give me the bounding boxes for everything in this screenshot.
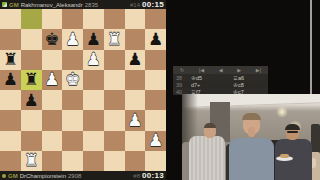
square-f5[interactable] xyxy=(104,70,125,90)
square-g2[interactable] xyxy=(125,131,146,151)
top-player-rank: #14 xyxy=(130,2,140,8)
piece-bP: ♟ xyxy=(148,31,163,48)
square-d2[interactable] xyxy=(62,131,83,151)
square-e2[interactable] xyxy=(83,131,104,151)
square-f7[interactable]: ♜ xyxy=(104,29,125,49)
square-g7[interactable] xyxy=(125,29,146,49)
square-c7[interactable]: ♚ xyxy=(42,29,63,49)
move-row: 39 d7+ ♔c8 xyxy=(173,81,268,88)
person-left-hair xyxy=(204,123,216,128)
go-to-end-icon[interactable]: ▶| xyxy=(256,66,261,74)
move-number: 38 xyxy=(176,75,191,81)
square-e4[interactable] xyxy=(83,90,104,110)
square-b4[interactable]: ♟ xyxy=(21,90,42,110)
square-f1[interactable] xyxy=(104,151,125,171)
ceiling-light-icon xyxy=(276,106,288,118)
square-a6[interactable]: ♜ xyxy=(0,50,21,70)
piece-wP: ♟ xyxy=(148,132,163,149)
piece-bP: ♟ xyxy=(86,31,101,48)
square-g5[interactable] xyxy=(125,70,146,90)
square-d5[interactable]: ♚ xyxy=(62,70,83,90)
piece-bP: ♟ xyxy=(3,71,18,88)
square-e3[interactable] xyxy=(83,110,104,130)
square-h8[interactable] xyxy=(145,9,166,29)
square-h4[interactable] xyxy=(145,90,166,110)
square-f8[interactable] xyxy=(104,9,125,29)
person-center-hair xyxy=(242,113,261,120)
square-b6[interactable] xyxy=(21,50,42,70)
square-c3[interactable] xyxy=(42,110,63,130)
person-right-hair xyxy=(285,124,300,130)
square-a2[interactable] xyxy=(0,131,21,151)
square-f6[interactable] xyxy=(104,50,125,70)
piece-wP: ♟ xyxy=(127,112,142,129)
square-e1[interactable] xyxy=(83,151,104,171)
chess-board[interactable]: ♚♟♟♜♟♜♟♟♟♜♟♚♟♟♟♜ xyxy=(0,9,166,171)
piece-wP: ♟ xyxy=(65,31,80,48)
top-player-name[interactable]: Rakhmanov_Aleksandr xyxy=(21,2,83,8)
square-c4[interactable] xyxy=(42,90,63,110)
square-b3[interactable] xyxy=(21,110,42,130)
piece-bP: ♟ xyxy=(24,92,39,109)
move-row: 38 ♔d5 ♖a6 xyxy=(173,74,268,81)
piece-wP: ♟ xyxy=(86,51,101,68)
square-a1[interactable] xyxy=(0,151,21,171)
square-g3[interactable]: ♟ xyxy=(125,110,146,130)
piece-wR: ♜ xyxy=(107,31,122,48)
square-g4[interactable] xyxy=(125,90,146,110)
square-a8[interactable] xyxy=(0,9,21,29)
step-forward-icon[interactable]: ▶ xyxy=(237,66,241,74)
white-move[interactable]: ♔d5 xyxy=(191,75,233,81)
square-f3[interactable] xyxy=(104,110,125,130)
square-e8[interactable] xyxy=(83,9,104,29)
step-back-icon[interactable]: ◀ xyxy=(219,66,223,74)
piece-wK: ♚ xyxy=(65,71,80,88)
bottom-player-clock: 00:13 xyxy=(142,171,164,180)
black-move[interactable]: ♖a6 xyxy=(233,75,268,81)
square-e7[interactable]: ♟ xyxy=(83,29,104,49)
square-g8[interactable] xyxy=(125,9,146,29)
person-center-hand xyxy=(248,127,255,137)
white-move[interactable]: d7+ xyxy=(191,82,233,88)
square-c2[interactable] xyxy=(42,131,63,151)
square-c6[interactable] xyxy=(42,50,63,70)
square-d8[interactable] xyxy=(62,9,83,29)
square-a3[interactable] xyxy=(0,110,21,130)
piece-wR: ♜ xyxy=(24,152,39,169)
square-h5[interactable] xyxy=(145,70,166,90)
player-badge-icon xyxy=(2,2,7,7)
flip-board-icon[interactable]: ↻ xyxy=(180,66,184,74)
piece-bR: ♜ xyxy=(24,71,39,88)
square-h2[interactable]: ♟ xyxy=(145,131,166,151)
square-h1[interactable] xyxy=(145,151,166,171)
square-b2[interactable] xyxy=(21,131,42,151)
top-player-title: GM xyxy=(9,2,19,8)
square-d1[interactable] xyxy=(62,151,83,171)
glasses-icon xyxy=(287,131,298,133)
square-c8[interactable] xyxy=(42,9,63,29)
bottom-player-rank: #8 xyxy=(133,173,140,179)
square-d4[interactable] xyxy=(62,90,83,110)
person-center-torso xyxy=(229,138,274,180)
webcam-feed xyxy=(182,94,320,180)
person-left-torso xyxy=(189,136,225,180)
square-a7[interactable] xyxy=(0,29,21,49)
square-h3[interactable] xyxy=(145,110,166,130)
square-f4[interactable] xyxy=(104,90,125,110)
top-player-bar: GM Rakhmanov_Aleksandr 2835 #14 00:15 xyxy=(0,0,166,9)
bottom-player-name[interactable]: DrChampionstein xyxy=(20,173,66,179)
square-c5[interactable]: ♟ xyxy=(42,70,63,90)
go-to-start-icon[interactable]: |◀ xyxy=(199,66,204,74)
square-b7[interactable] xyxy=(21,29,42,49)
top-player-clock: 00:15 xyxy=(142,0,164,9)
square-a5[interactable]: ♟ xyxy=(0,70,21,90)
piece-bK: ♚ xyxy=(44,31,59,48)
square-b5[interactable]: ♜ xyxy=(21,70,42,90)
move-number: 39 xyxy=(176,82,191,88)
online-dot-icon xyxy=(2,174,6,178)
broadcast-screen: GM Rakhmanov_Aleksandr 2835 #14 00:15 ♚♟… xyxy=(0,0,320,180)
scrollbar[interactable] xyxy=(310,0,312,94)
move-list-panel: ↻ |◀ ◀ ▶ ▶| 38 ♔d5 ♖a6 39 d7+ ♔c8 40 ♖f7… xyxy=(173,66,268,95)
square-b1[interactable]: ♜ xyxy=(21,151,42,171)
bottom-player-bar: GM DrChampionstein 2908 #8 00:13 xyxy=(0,171,166,180)
piece-bP: ♟ xyxy=(127,51,142,68)
square-e5[interactable] xyxy=(83,70,104,90)
square-g6[interactable]: ♟ xyxy=(125,50,146,70)
sandwich xyxy=(280,154,289,158)
square-c1[interactable] xyxy=(42,151,63,171)
piece-bR: ♜ xyxy=(3,51,18,68)
square-a4[interactable] xyxy=(0,90,21,110)
square-e6[interactable]: ♟ xyxy=(83,50,104,70)
bottom-player-title: GM xyxy=(8,173,18,179)
square-g1[interactable] xyxy=(125,151,146,171)
square-d3[interactable] xyxy=(62,110,83,130)
black-move[interactable]: ♔c8 xyxy=(233,82,268,88)
ceiling xyxy=(182,94,320,108)
square-b8[interactable] xyxy=(21,9,42,29)
square-d7[interactable]: ♟ xyxy=(62,29,83,49)
move-controls: ↻ |◀ ◀ ▶ ▶| xyxy=(173,66,268,74)
square-d6[interactable] xyxy=(62,50,83,70)
piece-wP: ♟ xyxy=(44,71,59,88)
square-h6[interactable] xyxy=(145,50,166,70)
bottom-player-rating: 2908 xyxy=(68,173,81,179)
square-f2[interactable] xyxy=(104,131,125,151)
top-player-rating: 2835 xyxy=(85,2,98,8)
square-h7[interactable]: ♟ xyxy=(145,29,166,49)
